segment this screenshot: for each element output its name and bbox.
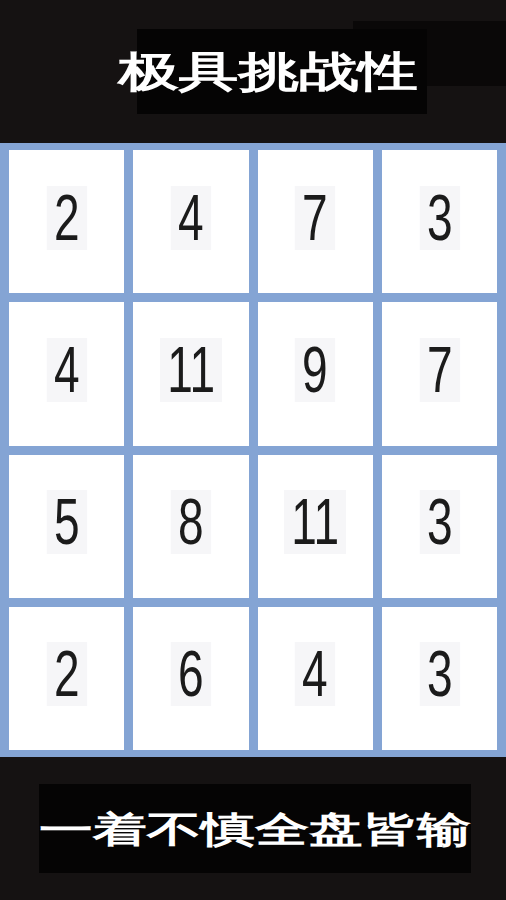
caption-text: 一着不慎全盘皆输 — [39, 810, 471, 846]
cell-r1c0[interactable]: 4 — [9, 302, 124, 445]
cell-r2c2[interactable]: 11 — [258, 455, 373, 598]
cell-value: 11 — [160, 338, 222, 402]
cell-value: 2 — [47, 642, 87, 706]
cell-value: 7 — [295, 186, 335, 250]
cell-r2c0[interactable]: 5 — [9, 455, 124, 598]
cell-value: 6 — [171, 642, 211, 706]
cell-r1c3[interactable]: 7 — [382, 302, 497, 445]
cell-r3c2[interactable]: 4 — [258, 607, 373, 750]
cell-r1c1[interactable]: 11 — [133, 302, 248, 445]
cell-r0c0[interactable]: 2 — [9, 150, 124, 293]
cell-r2c3[interactable]: 3 — [382, 455, 497, 598]
cell-value: 5 — [47, 490, 87, 554]
caption-banner: 一着不慎全盘皆输 — [39, 784, 471, 873]
title-banner — [137, 29, 427, 114]
cell-r0c1[interactable]: 4 — [133, 150, 248, 293]
cell-value: 8 — [171, 490, 211, 554]
cell-value: 3 — [419, 642, 459, 706]
cell-value: 4 — [171, 186, 211, 250]
cell-value: 11 — [284, 490, 346, 554]
cell-r1c2[interactable]: 9 — [258, 302, 373, 445]
cell-r0c2[interactable]: 7 — [258, 150, 373, 293]
puzzle-board: 2 4 7 3 4 11 9 7 5 8 11 3 2 6 4 3 — [0, 143, 506, 757]
cell-r0c3[interactable]: 3 — [382, 150, 497, 293]
cell-r3c0[interactable]: 2 — [9, 607, 124, 750]
cell-r3c1[interactable]: 6 — [133, 607, 248, 750]
cell-value: 9 — [295, 338, 335, 402]
cell-value: 3 — [419, 186, 459, 250]
cell-value: 7 — [419, 338, 459, 402]
cell-r2c1[interactable]: 8 — [133, 455, 248, 598]
cell-value: 3 — [419, 490, 459, 554]
cell-value: 2 — [47, 186, 87, 250]
cell-value: 4 — [47, 338, 87, 402]
cell-value: 4 — [295, 642, 335, 706]
cell-r3c3[interactable]: 3 — [382, 607, 497, 750]
puzzle-screen: 极具挑战性 2 4 7 3 4 11 9 7 5 8 11 3 2 6 4 3 … — [0, 0, 506, 900]
